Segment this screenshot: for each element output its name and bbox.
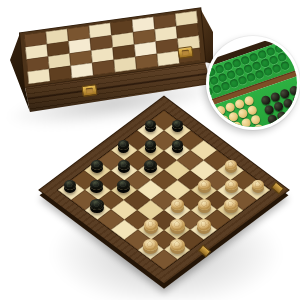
closed-lid-square <box>157 51 180 66</box>
stored-dark-piece <box>289 116 297 127</box>
inset-clip <box>209 39 297 127</box>
brass-clasp-icon <box>177 46 193 59</box>
empty-recess <box>280 61 290 71</box>
stored-dark-piece <box>279 120 290 127</box>
stored-dark-piece <box>286 107 297 118</box>
stored-dark-piece <box>270 123 281 127</box>
stored-dark-piece <box>292 94 297 105</box>
closed-lid-square <box>114 57 137 72</box>
closed-lid-square <box>49 66 72 81</box>
stored-dark-piece <box>295 104 297 115</box>
closed-folded-board-box <box>0 0 230 130</box>
closed-lid-square <box>28 69 51 84</box>
inset-storage-detail-circle <box>206 36 300 130</box>
brass-clasp-icon <box>81 84 97 97</box>
open-storage-tray <box>209 39 297 127</box>
product-photo-checkers-set <box>0 0 300 300</box>
closed-lid-square <box>135 54 158 69</box>
stored-dark-piece <box>288 85 297 96</box>
closed-lid-square <box>92 60 115 75</box>
board-grid <box>57 109 272 270</box>
closed-lid-square <box>71 63 94 78</box>
